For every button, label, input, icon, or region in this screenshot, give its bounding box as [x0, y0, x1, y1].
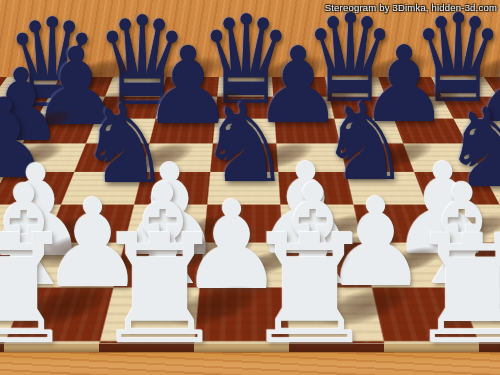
white-rook[interactable]: ♜	[242, 215, 377, 366]
white-rook[interactable]: ♜	[92, 215, 227, 366]
white-rook[interactable]: ♜	[0, 215, 78, 366]
white-rook[interactable]: ♜	[406, 215, 500, 365]
watermark-text: Stereogram by 3Dimka, hidden-3d.com	[325, 2, 497, 13]
chess-scene: ♛♛♛♛♛♟♟♟♟♟♟♟♞♞♞♞♟♟♟♟♝♝♝♝♟♟♟♜♜♜♜ Stereogr…	[0, 0, 500, 375]
